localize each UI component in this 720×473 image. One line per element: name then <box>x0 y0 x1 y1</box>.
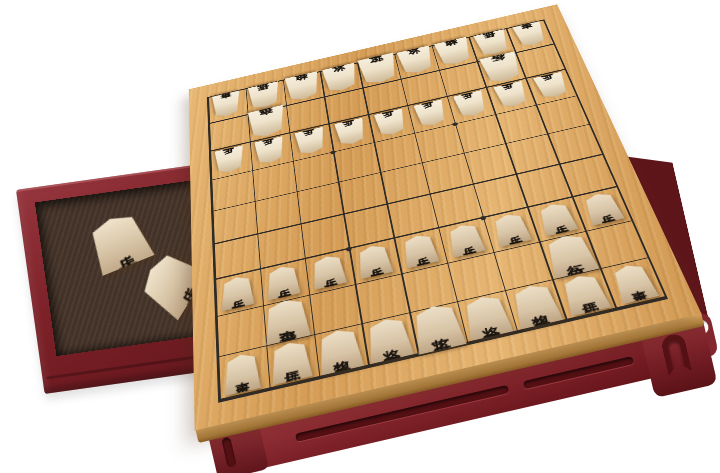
shogi-piece-gold-general-near[interactable]: 金将 <box>461 293 514 341</box>
piece-body: 角行 <box>542 231 599 279</box>
piece-body: 歩兵 <box>84 208 155 275</box>
shogi-piece-lance-far[interactable]: 香車 <box>212 90 241 119</box>
shogi-piece-silver-general-far[interactable]: 銀将 <box>284 71 320 102</box>
piece-kanji: 歩兵 <box>322 270 335 273</box>
piece-body: 歩兵 <box>493 81 530 110</box>
piece-kanji: 歩兵 <box>413 249 426 252</box>
piece-body: 銀将 <box>284 71 320 102</box>
piece-kanji: 歩兵 <box>264 149 276 152</box>
piece-kanji: 金将 <box>478 314 495 318</box>
shogi-piece-pawn-near[interactable]: 歩兵 <box>310 253 347 290</box>
piece-body: 歩兵 <box>533 72 571 100</box>
piece-body: 歩兵 <box>294 127 326 157</box>
shogi-piece-lance-near[interactable]: 香車 <box>609 262 659 305</box>
piece-body: 飛車 <box>263 296 310 346</box>
shogi-piece-king-near[interactable]: 王将 <box>410 301 467 355</box>
piece-body: 銀将 <box>316 326 364 376</box>
piece-body: 歩兵 <box>374 108 408 137</box>
piece-body: 香車 <box>212 90 241 119</box>
shogi-piece-pawn-near[interactable]: 歩兵 <box>220 274 254 312</box>
piece-kanji: 角行 <box>494 66 508 69</box>
piece-body: 金将 <box>364 315 414 364</box>
piece-body: 香車 <box>512 21 548 48</box>
piece-kanji: 歩兵 <box>385 121 397 124</box>
piece-kanji: 飛車 <box>278 318 295 322</box>
piece-body: 桂馬 <box>559 272 612 317</box>
leg-u-groove <box>660 332 692 376</box>
piece-body: 歩兵 <box>491 211 533 247</box>
piece-kanji: 歩兵 <box>344 131 356 134</box>
piece-kanji: 歩兵 <box>166 275 177 292</box>
shogi-piece-pawn-far[interactable]: 歩兵 <box>453 90 489 119</box>
shogi-piece-pawn-near[interactable]: 歩兵 <box>536 201 579 237</box>
shogi-piece-lance-far[interactable]: 香車 <box>512 21 548 48</box>
shogi-piece-pawn-near[interactable]: 歩兵 <box>446 222 486 258</box>
piece-kanji: 歩兵 <box>596 207 609 210</box>
shogi-piece-pawn-spare-1[interactable]: 歩兵 <box>84 208 155 275</box>
shogi-piece-rook-near[interactable]: 飛車 <box>263 296 310 346</box>
piece-body: 歩兵 <box>215 145 245 175</box>
piece-kanji: 香車 <box>234 371 249 374</box>
shogi-piece-gold-general-far[interactable]: 金将 <box>397 46 436 77</box>
piece-body: 香車 <box>609 262 659 305</box>
shogi-piece-silver-general-far[interactable]: 銀将 <box>434 37 474 68</box>
piece-body: 金将 <box>461 293 514 341</box>
piece-kanji: 銀将 <box>296 86 309 89</box>
piece-body: 香車 <box>223 351 261 397</box>
piece-kanji: 王将 <box>371 68 386 71</box>
piece-body: 飛車 <box>248 105 287 140</box>
shogi-piece-pawn-far[interactable]: 歩兵 <box>374 108 408 137</box>
piece-kanji: 桂馬 <box>283 360 299 364</box>
piece-kanji: 香車 <box>626 281 641 284</box>
piece-kanji: 歩兵 <box>224 158 236 161</box>
piece-kanji: 桂馬 <box>486 42 498 45</box>
shogi-piece-pawn-far[interactable]: 歩兵 <box>294 127 326 157</box>
shogi-piece-bishop-far[interactable]: 角行 <box>479 51 524 85</box>
leg-groove <box>221 437 237 468</box>
shogi-piece-knight-near[interactable]: 桂馬 <box>270 339 313 386</box>
piece-body: 桂馬 <box>270 339 313 386</box>
piece-body: 銀将 <box>434 37 474 68</box>
piece-body: 歩兵 <box>220 274 254 312</box>
shogi-piece-silver-general-near[interactable]: 銀将 <box>509 281 564 329</box>
piece-kanji: 歩兵 <box>276 280 289 283</box>
piece-kanji: 角行 <box>562 253 579 257</box>
piece-body: 歩兵 <box>265 263 300 300</box>
shogi-piece-pawn-far[interactable]: 歩兵 <box>215 145 245 175</box>
shogi-piece-pawn-near[interactable]: 歩兵 <box>491 211 533 247</box>
piece-kanji: 王将 <box>428 325 447 329</box>
piece-kanji: 金将 <box>380 337 397 341</box>
piece-kanji: 香車 <box>221 103 233 106</box>
shogi-piece-king-far[interactable]: 王将 <box>357 52 399 86</box>
piece-body: 銀将 <box>509 281 564 329</box>
shogi-piece-pawn-near[interactable]: 歩兵 <box>401 232 440 269</box>
shogi-piece-pawn-near[interactable]: 歩兵 <box>356 243 394 280</box>
shogi-piece-knight-near[interactable]: 桂馬 <box>559 272 612 317</box>
piece-kanji: 金将 <box>410 59 423 62</box>
piece-kanji: 歩兵 <box>368 259 381 262</box>
shogi-piece-pawn-far[interactable]: 歩兵 <box>493 81 530 110</box>
piece-kanji: 歩兵 <box>550 217 563 220</box>
product-photo: 歩兵 歩兵 <box>0 0 720 473</box>
piece-body: 角行 <box>479 51 524 85</box>
shogi-piece-pawn-near[interactable]: 歩兵 <box>265 263 300 300</box>
shogi-piece-rook-far[interactable]: 飛車 <box>248 105 287 140</box>
piece-body: 王将 <box>410 301 467 355</box>
shogi-piece-pawn-far[interactable]: 歩兵 <box>255 136 286 166</box>
shogi-piece-gold-general-near[interactable]: 金将 <box>364 315 414 364</box>
shogi-piece-pawn-far[interactable]: 歩兵 <box>414 99 449 128</box>
piece-kanji: 銀将 <box>527 303 544 307</box>
piece-body: 歩兵 <box>581 191 625 226</box>
shogi-piece-lance-near[interactable]: 香車 <box>223 351 261 397</box>
shogi-piece-pawn-near[interactable]: 歩兵 <box>581 191 625 226</box>
piece-body: 歩兵 <box>356 243 394 280</box>
piece-kanji: 桂馬 <box>577 292 593 296</box>
piece-body: 歩兵 <box>255 136 286 166</box>
piece-body: 歩兵 <box>401 232 440 269</box>
shogi-piece-pawn-far[interactable]: 歩兵 <box>533 72 571 100</box>
piece-body: 歩兵 <box>310 253 347 290</box>
shogi-piece-pawn-far[interactable]: 歩兵 <box>334 117 367 146</box>
piece-kanji: 金将 <box>334 77 347 80</box>
piece-kanji: 桂馬 <box>258 94 270 97</box>
piece-body: 歩兵 <box>334 117 367 146</box>
piece-kanji: 香車 <box>524 33 536 36</box>
piece-kanji: 銀将 <box>331 348 348 352</box>
piece-kanji: 歩兵 <box>425 112 437 115</box>
piece-kanji: 歩兵 <box>505 93 517 96</box>
piece-body: 歩兵 <box>446 222 486 258</box>
piece-kanji: 歩兵 <box>231 291 244 294</box>
piece-kanji: 飛車 <box>260 121 274 124</box>
shogi-piece-silver-general-near[interactable]: 銀将 <box>316 326 364 376</box>
piece-kanji: 歩兵 <box>465 103 477 106</box>
piece-body: 金将 <box>397 46 436 77</box>
piece-kanji: 歩兵 <box>304 140 316 143</box>
piece-body: 歩兵 <box>414 99 449 128</box>
piece-kanji: 歩兵 <box>110 238 129 245</box>
shogi-piece-bishop-near[interactable]: 角行 <box>542 231 599 279</box>
piece-kanji: 歩兵 <box>505 228 518 231</box>
piece-body: 歩兵 <box>453 90 489 119</box>
piece-kanji: 銀将 <box>448 50 461 53</box>
piece-body: 歩兵 <box>536 201 579 237</box>
piece-kanji: 歩兵 <box>546 84 558 87</box>
piece-body: 金将 <box>322 63 359 94</box>
piece-kanji: 歩兵 <box>459 238 472 241</box>
piece-body: 王将 <box>357 52 399 86</box>
shogi-piece-gold-general-far[interactable]: 金将 <box>322 63 359 94</box>
